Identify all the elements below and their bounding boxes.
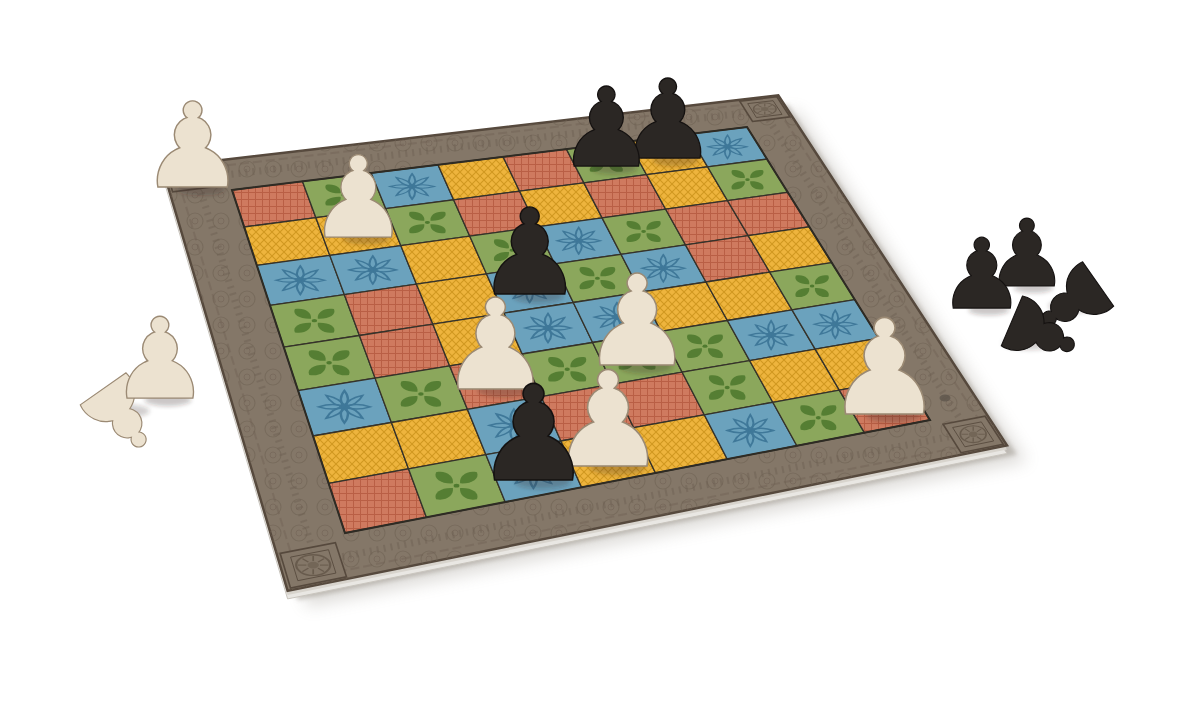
katarenga-board-render: ♟♟♟♟♟♟♟♟♟♟♟♟♟♟♟♟ <box>0 0 1200 707</box>
pawn-glyph: ♟ <box>308 132 409 264</box>
white-pawn-b7[interactable]: ♟ <box>308 132 409 264</box>
pawn-glyph: ♟ <box>557 64 655 192</box>
offboard-white-pawn-standing[interactable]: ♟ <box>110 294 210 424</box>
pawn-glyph: ♟ <box>825 291 944 445</box>
camp-medallion-icon <box>296 555 330 576</box>
pawn-glyph: ♟ <box>140 77 246 215</box>
white-pawn-camp-top-left[interactable]: ♟ <box>140 77 246 215</box>
camp-medallion-icon <box>754 103 777 115</box>
board-photo-scene: ♟♟♟♟♟♟♟♟♟♟♟♟♟♟♟♟ <box>0 0 1200 707</box>
white-pawn-h1[interactable]: ♟ <box>825 291 944 445</box>
pawn-glyph: ♟ <box>110 294 210 424</box>
black-pawn-f8[interactable]: ♟ <box>557 64 655 192</box>
pawn-glyph: ♟ <box>474 357 593 511</box>
black-pawn-c1[interactable]: ♟ <box>474 357 593 511</box>
camp-medallion-icon <box>960 426 986 443</box>
